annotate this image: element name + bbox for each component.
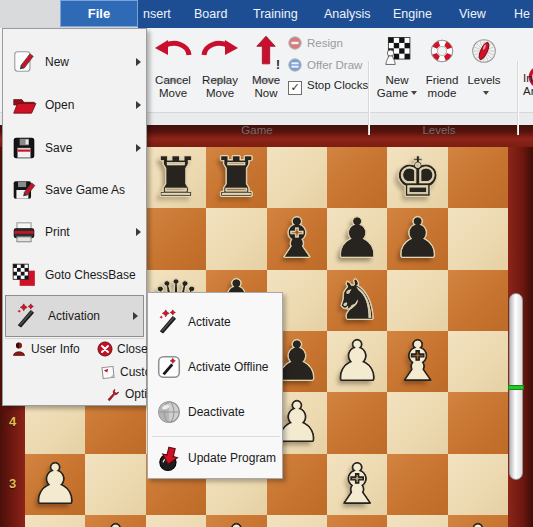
menu-item-open[interactable]: Open (3, 84, 146, 126)
tab-engine[interactable]: Engine (393, 7, 432, 21)
activation-submenu: Activate Activate Offline De (147, 292, 283, 479)
square-d2[interactable]: ♟ (206, 515, 266, 527)
square-f7[interactable]: ♟ (327, 208, 387, 269)
menu-item-activation[interactable]: Activation (5, 295, 144, 337)
magic-wand-icon (14, 303, 40, 329)
floppy-pencil-icon (11, 177, 37, 203)
magic-wand-icon (156, 309, 182, 335)
icon-shadow (158, 77, 188, 84)
submenu-item-deactivate[interactable]: Deactivate (148, 389, 282, 434)
close-circle-icon (97, 341, 113, 357)
square-d7[interactable] (206, 208, 266, 269)
square-f3[interactable]: ♝ (327, 454, 387, 515)
clipped-button-label-line2: An (523, 85, 533, 97)
square-c2[interactable] (146, 515, 206, 527)
open-folder-icon (11, 92, 37, 118)
tab-help[interactable]: He (514, 7, 530, 21)
stop-clocks-checkbox[interactable]: Stop Clocks (288, 79, 368, 97)
dropdown-caret-icon (483, 91, 489, 95)
tab-training[interactable]: Training (253, 7, 298, 21)
square-f4[interactable] (327, 392, 387, 453)
menu-item-print[interactable]: Print (3, 211, 146, 253)
wrench-icon (105, 386, 121, 402)
globe-icon (156, 399, 182, 425)
chessbase-checker-icon (11, 262, 37, 288)
redo-curved-arrow-icon (197, 34, 243, 74)
black-rook[interactable]: ♜ (146, 147, 206, 208)
group-divider (368, 61, 370, 135)
rank-label-3: 3 (5, 476, 20, 491)
square-a3[interactable]: ♟ (25, 454, 85, 515)
tab-analysis[interactable]: Analysis (324, 7, 371, 21)
menu-item-user-info[interactable]: User Info (11, 341, 80, 361)
square-g6[interactable] (387, 270, 447, 331)
rank-label-4: 4 (5, 414, 20, 429)
new-document-icon (11, 49, 37, 75)
group-divider (517, 61, 519, 135)
offer-draw-button[interactable]: Offer Draw (288, 58, 362, 76)
square-h5[interactable] (448, 331, 508, 392)
ribbon-tab-bar: File nsert Board Training Analysis Engin… (0, 0, 533, 28)
submenu-item-activate[interactable]: Activate (148, 299, 282, 344)
slider-green-marker (508, 385, 524, 390)
group-label-levels: Levels (374, 124, 504, 136)
move-now-button[interactable]: ! Move Now (244, 31, 288, 107)
square-g4[interactable] (387, 392, 447, 453)
new-game-board-icon (374, 34, 420, 74)
black-pawn[interactable]: ♟ (327, 208, 387, 269)
square-f2[interactable] (327, 515, 387, 527)
download-arrow-icon (156, 445, 182, 471)
group-label-game: Game (150, 124, 364, 136)
wand-box-icon (156, 354, 182, 380)
menu-item-save-game-as[interactable]: Save Game As (3, 169, 146, 211)
black-pawn[interactable]: ♟ (387, 208, 447, 269)
tab-board[interactable]: Board (194, 7, 227, 21)
square-e2[interactable] (267, 515, 327, 527)
black-king[interactable]: ♚ (387, 147, 447, 208)
menu-item-save[interactable]: Save (3, 127, 146, 169)
square-a2[interactable] (25, 515, 85, 527)
menu-item-new[interactable]: New (3, 41, 146, 83)
white-pawn[interactable]: ♟ (25, 454, 85, 515)
application-window: ♜♜♚♝♟♟♛♟♞♟♟♝♟♟♝♟♟♟ 87654321 File nsert B… (0, 0, 533, 527)
up-arrow-icon: ! (244, 34, 288, 74)
undo-curved-arrow-icon (150, 34, 196, 74)
black-bishop[interactable]: ♝ (267, 208, 327, 269)
square-e8[interactable] (267, 147, 327, 208)
square-f8[interactable] (327, 147, 387, 208)
submenu-item-update-program[interactable]: Update Program (148, 438, 282, 478)
menu-item-goto-chessbase[interactable]: Goto ChessBase (3, 254, 146, 296)
square-c7[interactable] (146, 208, 206, 269)
floppy-disk-icon (11, 135, 37, 161)
white-bishop[interactable]: ♝ (387, 331, 447, 392)
user-icon (11, 341, 27, 357)
resign-circle-icon (288, 36, 302, 50)
submenu-arrow-icon (136, 58, 141, 66)
square-b2[interactable]: ♟ (85, 515, 145, 527)
submenu-arrow-icon (133, 312, 138, 320)
submenu-arrow-icon (136, 228, 141, 236)
white-pawn[interactable]: ♟ (448, 515, 508, 527)
square-h3[interactable] (448, 454, 508, 515)
file-menu: New Open Save (2, 28, 147, 406)
square-h7[interactable] (448, 208, 508, 269)
tab-view[interactable]: View (459, 7, 486, 21)
checkbox-checked-icon[interactable] (288, 81, 302, 95)
white-bishop[interactable]: ♝ (327, 454, 387, 515)
square-f5[interactable]: ♟ (327, 331, 387, 392)
tab-insert[interactable]: nsert (143, 7, 171, 21)
white-pawn[interactable]: ♟ (327, 331, 387, 392)
white-pawn[interactable]: ♟ (85, 515, 145, 527)
dropdown-caret-icon (411, 91, 417, 95)
submenu-arrow-icon (136, 101, 141, 109)
square-g2[interactable] (387, 515, 447, 527)
tab-file[interactable]: File (60, 0, 138, 27)
submenu-separator (152, 436, 280, 437)
square-g7[interactable]: ♟ (387, 208, 447, 269)
square-f6[interactable]: ♞ (327, 270, 387, 331)
friend-mode-button[interactable]: Friend mode (421, 31, 463, 107)
icon-shadow (205, 77, 235, 84)
square-e7[interactable]: ♝ (267, 208, 327, 269)
menu-separator (5, 338, 144, 339)
square-g8[interactable]: ♚ (387, 147, 447, 208)
square-h8[interactable] (448, 147, 508, 208)
square-c8[interactable]: ♜ (146, 147, 206, 208)
new-game-button[interactable]: New Game (374, 31, 420, 107)
black-rook[interactable]: ♜ (206, 147, 266, 208)
resign-button[interactable]: Resign (288, 36, 343, 54)
move-now-badge: ! (276, 58, 280, 72)
square-b3[interactable] (85, 454, 145, 515)
square-h6[interactable] (448, 270, 508, 331)
draw-circle-icon (288, 58, 302, 72)
levels-dial-icon (464, 34, 504, 74)
replay-move-button[interactable]: Replay Move (197, 31, 243, 107)
square-h4[interactable] (448, 392, 508, 453)
submenu-item-activate-offline[interactable]: Activate Offline (148, 344, 282, 389)
customize-icon (100, 364, 116, 380)
menu-item-close[interactable]: Close (97, 341, 148, 361)
black-knight[interactable]: ♞ (327, 270, 387, 331)
submenu-arrow-icon (136, 144, 141, 152)
square-g3[interactable] (387, 454, 447, 515)
cancel-move-button[interactable]: Cancel Move (150, 31, 196, 107)
levels-button[interactable]: Levels (464, 31, 504, 107)
square-h2[interactable]: ♟ (448, 515, 508, 527)
icon-shadow (251, 77, 281, 84)
square-g5[interactable]: ♝ (387, 331, 447, 392)
life-ring-icon (421, 34, 463, 74)
square-d8[interactable]: ♜ (206, 147, 266, 208)
clipped-button-label-line1: In (523, 72, 533, 84)
white-pawn[interactable]: ♟ (206, 515, 266, 527)
printer-icon (11, 219, 37, 245)
